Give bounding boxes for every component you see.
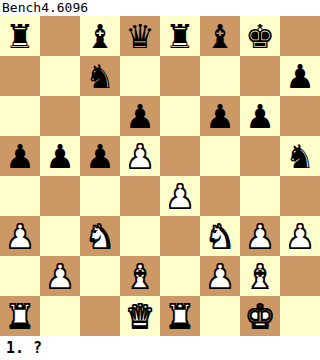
square-c4[interactable]: [80, 176, 120, 216]
square-a7[interactable]: [0, 56, 40, 96]
square-f2[interactable]: ♟: [200, 256, 240, 296]
chess-app-window: Bench4.6096 ♜♝♛♜♝♚♞♟♟♟♟♟♟♟♟♞♟♟♞♞♟♟♟♝♟♝♜♛…: [0, 0, 320, 360]
black-pawn-c5[interactable]: ♟: [85, 136, 115, 176]
black-rook-a8[interactable]: ♜: [5, 16, 35, 56]
black-pawn-g6[interactable]: ♟: [245, 96, 275, 136]
square-h4[interactable]: [280, 176, 320, 216]
square-f5[interactable]: [200, 136, 240, 176]
move-prompt: 1. ?: [0, 336, 320, 360]
black-bishop-c8[interactable]: ♝: [85, 16, 115, 56]
square-h7[interactable]: ♟: [280, 56, 320, 96]
square-e3[interactable]: [160, 216, 200, 256]
square-c3[interactable]: ♞: [80, 216, 120, 256]
black-pawn-f6[interactable]: ♟: [205, 96, 235, 136]
square-g3[interactable]: ♟: [240, 216, 280, 256]
square-b7[interactable]: [40, 56, 80, 96]
square-g4[interactable]: [240, 176, 280, 216]
square-h2[interactable]: [280, 256, 320, 296]
black-pawn-d6[interactable]: ♟: [125, 96, 155, 136]
square-f6[interactable]: ♟: [200, 96, 240, 136]
square-c8[interactable]: ♝: [80, 16, 120, 56]
white-knight-c3[interactable]: ♞: [85, 216, 115, 256]
chess-board: ♜♝♛♜♝♚♞♟♟♟♟♟♟♟♟♞♟♟♞♞♟♟♟♝♟♝♜♛♜♚: [0, 16, 320, 336]
square-d8[interactable]: ♛: [120, 16, 160, 56]
square-a2[interactable]: [0, 256, 40, 296]
square-a1[interactable]: ♜: [0, 296, 40, 336]
square-c1[interactable]: [80, 296, 120, 336]
square-c6[interactable]: [80, 96, 120, 136]
white-bishop-d2[interactable]: ♝: [125, 256, 155, 296]
black-rook-e8[interactable]: ♜: [165, 16, 195, 56]
square-h3[interactable]: ♟: [280, 216, 320, 256]
square-a8[interactable]: ♜: [0, 16, 40, 56]
square-e4[interactable]: ♟: [160, 176, 200, 216]
white-pawn-b2[interactable]: ♟: [45, 256, 75, 296]
square-b4[interactable]: [40, 176, 80, 216]
square-f7[interactable]: [200, 56, 240, 96]
square-e6[interactable]: [160, 96, 200, 136]
square-a6[interactable]: [0, 96, 40, 136]
square-f4[interactable]: [200, 176, 240, 216]
square-d1[interactable]: ♛: [120, 296, 160, 336]
square-c5[interactable]: ♟: [80, 136, 120, 176]
black-pawn-a5[interactable]: ♟: [5, 136, 35, 176]
black-king-g8[interactable]: ♚: [245, 16, 275, 56]
square-g1[interactable]: ♚: [240, 296, 280, 336]
square-g8[interactable]: ♚: [240, 16, 280, 56]
square-b1[interactable]: [40, 296, 80, 336]
page-title: Bench4.6096: [0, 0, 320, 16]
square-e1[interactable]: ♜: [160, 296, 200, 336]
square-a3[interactable]: ♟: [0, 216, 40, 256]
white-bishop-g2[interactable]: ♝: [245, 256, 275, 296]
white-pawn-f2[interactable]: ♟: [205, 256, 235, 296]
square-b8[interactable]: [40, 16, 80, 56]
square-d3[interactable]: [120, 216, 160, 256]
black-knight-c7[interactable]: ♞: [85, 56, 115, 96]
square-h1[interactable]: [280, 296, 320, 336]
black-bishop-f8[interactable]: ♝: [205, 16, 235, 56]
black-pawn-h7[interactable]: ♟: [285, 56, 315, 96]
white-knight-f3[interactable]: ♞: [205, 216, 235, 256]
square-a4[interactable]: [0, 176, 40, 216]
square-b3[interactable]: [40, 216, 80, 256]
square-b6[interactable]: [40, 96, 80, 136]
square-h8[interactable]: [280, 16, 320, 56]
square-c7[interactable]: ♞: [80, 56, 120, 96]
square-b5[interactable]: ♟: [40, 136, 80, 176]
square-h6[interactable]: [280, 96, 320, 136]
square-e8[interactable]: ♜: [160, 16, 200, 56]
square-c2[interactable]: [80, 256, 120, 296]
white-pawn-a3[interactable]: ♟: [5, 216, 35, 256]
white-pawn-d5[interactable]: ♟: [125, 136, 155, 176]
square-h5[interactable]: ♞: [280, 136, 320, 176]
square-a5[interactable]: ♟: [0, 136, 40, 176]
square-d5[interactable]: ♟: [120, 136, 160, 176]
square-g5[interactable]: [240, 136, 280, 176]
square-g7[interactable]: [240, 56, 280, 96]
white-queen-d1[interactable]: ♛: [125, 296, 155, 336]
white-rook-e1[interactable]: ♜: [165, 296, 195, 336]
square-d6[interactable]: ♟: [120, 96, 160, 136]
square-e5[interactable]: [160, 136, 200, 176]
square-e7[interactable]: [160, 56, 200, 96]
white-pawn-e4[interactable]: ♟: [165, 176, 195, 216]
square-d7[interactable]: [120, 56, 160, 96]
black-queen-d8[interactable]: ♛: [125, 16, 155, 56]
square-f3[interactable]: ♞: [200, 216, 240, 256]
square-f8[interactable]: ♝: [200, 16, 240, 56]
square-d4[interactable]: [120, 176, 160, 216]
square-d2[interactable]: ♝: [120, 256, 160, 296]
square-g2[interactable]: ♝: [240, 256, 280, 296]
square-f1[interactable]: [200, 296, 240, 336]
black-pawn-b5[interactable]: ♟: [45, 136, 75, 176]
square-e2[interactable]: [160, 256, 200, 296]
square-b2[interactable]: ♟: [40, 256, 80, 296]
white-rook-a1[interactable]: ♜: [5, 296, 35, 336]
black-knight-h5[interactable]: ♞: [285, 136, 315, 176]
square-g6[interactable]: ♟: [240, 96, 280, 136]
white-king-g1[interactable]: ♚: [245, 296, 275, 336]
white-pawn-g3[interactable]: ♟: [245, 216, 275, 256]
white-pawn-h3[interactable]: ♟: [285, 216, 315, 256]
